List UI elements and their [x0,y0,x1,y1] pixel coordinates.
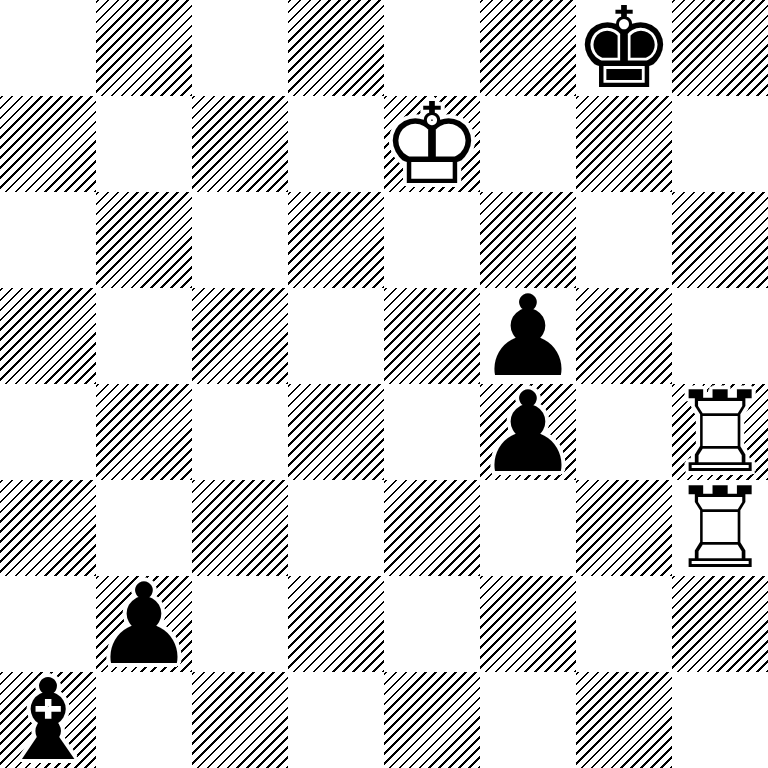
piece-black-pawn[interactable]: ♟♟ [96,576,192,672]
square-h3[interactable]: ♜♖ [672,480,768,576]
square-c3[interactable] [192,480,288,576]
square-a3[interactable] [0,480,96,576]
square-a5[interactable] [0,288,96,384]
black-pawn-icon: ♟ [96,576,192,672]
square-a6[interactable] [0,192,96,288]
square-h8[interactable] [672,0,768,96]
square-b4[interactable] [96,384,192,480]
square-g3[interactable] [576,480,672,576]
square-e2[interactable] [384,576,480,672]
chess-board: ♚♚♚♔♟♟♟♟♜♖♜♖♟♟♝♝ [0,0,768,768]
square-e4[interactable] [384,384,480,480]
square-f1[interactable] [480,672,576,768]
white-king-icon: ♔ [384,96,480,192]
square-a1[interactable]: ♝♝ [0,672,96,768]
square-f8[interactable] [480,0,576,96]
square-e7[interactable]: ♚♔ [384,96,480,192]
piece-black-bishop[interactable]: ♝♝ [0,672,96,768]
square-h1[interactable] [672,672,768,768]
piece-black-king[interactable]: ♚♚ [576,0,672,96]
square-f2[interactable] [480,576,576,672]
square-d4[interactable] [288,384,384,480]
square-d3[interactable] [288,480,384,576]
square-b7[interactable] [96,96,192,192]
square-f4[interactable]: ♟♟ [480,384,576,480]
square-c4[interactable] [192,384,288,480]
square-c8[interactable] [192,0,288,96]
square-a8[interactable] [0,0,96,96]
square-g1[interactable] [576,672,672,768]
square-c5[interactable] [192,288,288,384]
black-bishop-icon: ♝ [0,672,96,768]
square-b2[interactable]: ♟♟ [96,576,192,672]
piece-white-king[interactable]: ♚♔ [384,96,480,192]
square-d6[interactable] [288,192,384,288]
black-king-icon: ♚ [576,0,672,96]
square-c6[interactable] [192,192,288,288]
square-f7[interactable] [480,96,576,192]
square-b6[interactable] [96,192,192,288]
square-d5[interactable] [288,288,384,384]
square-g5[interactable] [576,288,672,384]
square-d2[interactable] [288,576,384,672]
square-g2[interactable] [576,576,672,672]
square-a4[interactable] [0,384,96,480]
square-c7[interactable] [192,96,288,192]
square-h7[interactable] [672,96,768,192]
square-b8[interactable] [96,0,192,96]
white-rook-icon: ♖ [672,480,768,576]
square-g4[interactable] [576,384,672,480]
square-b5[interactable] [96,288,192,384]
square-a7[interactable] [0,96,96,192]
square-d1[interactable] [288,672,384,768]
square-e1[interactable] [384,672,480,768]
square-d8[interactable] [288,0,384,96]
square-c2[interactable] [192,576,288,672]
square-e5[interactable] [384,288,480,384]
square-d7[interactable] [288,96,384,192]
piece-black-pawn[interactable]: ♟♟ [480,384,576,480]
square-h6[interactable] [672,192,768,288]
square-g6[interactable] [576,192,672,288]
square-g8[interactable]: ♚♚ [576,0,672,96]
square-e3[interactable] [384,480,480,576]
piece-white-rook[interactable]: ♜♖ [672,480,768,576]
black-pawn-icon: ♟ [480,384,576,480]
square-c1[interactable] [192,672,288,768]
